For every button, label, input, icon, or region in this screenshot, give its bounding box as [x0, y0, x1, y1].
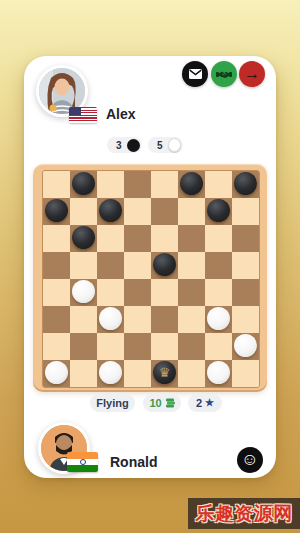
- checker-light-man[interactable]: [72, 280, 95, 303]
- square-b4[interactable]: [70, 279, 97, 306]
- game-mode-label: Flying: [96, 397, 128, 409]
- square-h7: [232, 198, 259, 225]
- square-e7[interactable]: [151, 198, 178, 225]
- square-e8: [151, 171, 178, 198]
- square-h1: [232, 360, 259, 387]
- square-g6: [205, 225, 232, 252]
- checker-light-man[interactable]: [234, 334, 257, 357]
- board: ♛: [43, 171, 259, 387]
- checker-dark-man[interactable]: [153, 253, 176, 276]
- watermark: 乐趣资源网: [188, 498, 300, 529]
- checker-dark-man[interactable]: [180, 172, 203, 195]
- square-b2[interactable]: [70, 333, 97, 360]
- square-g5[interactable]: [205, 252, 232, 279]
- square-g1[interactable]: [205, 360, 232, 387]
- square-d3: [124, 306, 151, 333]
- square-f2[interactable]: [178, 333, 205, 360]
- square-a2: [43, 333, 70, 360]
- square-b8[interactable]: [70, 171, 97, 198]
- square-a8: [43, 171, 70, 198]
- light-captured-pill: 5: [148, 137, 183, 153]
- checker-dark-man[interactable]: [207, 199, 230, 222]
- rating-badge: 2 ★: [188, 394, 222, 412]
- handshake-icon: [216, 69, 232, 80]
- checker-light-man[interactable]: [45, 361, 68, 384]
- checker-light-man[interactable]: [99, 361, 122, 384]
- square-d6[interactable]: [124, 225, 151, 252]
- game-card: Alex → 3 5: [24, 56, 276, 478]
- square-c4: [97, 279, 124, 306]
- square-c6: [97, 225, 124, 252]
- checker-dark-king[interactable]: ♛: [153, 361, 176, 384]
- light-piece-icon: [168, 138, 181, 152]
- square-c2: [97, 333, 124, 360]
- square-e3[interactable]: [151, 306, 178, 333]
- square-c8: [97, 171, 124, 198]
- checker-light-man[interactable]: [207, 307, 230, 330]
- dark-captured-pill: 3: [107, 137, 142, 153]
- square-a1[interactable]: [43, 360, 70, 387]
- square-e5[interactable]: [151, 252, 178, 279]
- square-h4[interactable]: [232, 279, 259, 306]
- top-player-name: Alex: [106, 106, 136, 122]
- dark-captured-count: 3: [116, 140, 122, 151]
- square-b7: [70, 198, 97, 225]
- square-f3: [178, 306, 205, 333]
- square-d2[interactable]: [124, 333, 151, 360]
- square-a4: [43, 279, 70, 306]
- square-c7[interactable]: [97, 198, 124, 225]
- envelope-icon: [189, 69, 202, 79]
- checker-dark-man[interactable]: [45, 199, 68, 222]
- square-a5[interactable]: [43, 252, 70, 279]
- square-e2: [151, 333, 178, 360]
- checker-dark-man[interactable]: [72, 226, 95, 249]
- game-screen: Alex → 3 5: [0, 0, 300, 533]
- square-c5[interactable]: [97, 252, 124, 279]
- checker-dark-man[interactable]: [72, 172, 95, 195]
- square-c3[interactable]: [97, 306, 124, 333]
- us-flag: [69, 107, 97, 123]
- india-flag: [67, 452, 98, 472]
- square-g7[interactable]: [205, 198, 232, 225]
- square-e1[interactable]: ♛: [151, 360, 178, 387]
- square-h6[interactable]: [232, 225, 259, 252]
- star-icon: ★: [205, 398, 214, 408]
- square-b6[interactable]: [70, 225, 97, 252]
- square-h8[interactable]: [232, 171, 259, 198]
- checker-dark-man[interactable]: [99, 199, 122, 222]
- square-f4[interactable]: [178, 279, 205, 306]
- square-g2: [205, 333, 232, 360]
- checker-light-man[interactable]: [99, 307, 122, 330]
- coins-badge: 10: [143, 394, 181, 412]
- draw-offer-button[interactable]: [211, 61, 237, 87]
- square-g4: [205, 279, 232, 306]
- square-b5: [70, 252, 97, 279]
- coins-icon: [165, 398, 175, 408]
- square-d4[interactable]: [124, 279, 151, 306]
- game-mode-badge: Flying: [90, 394, 135, 412]
- square-f8[interactable]: [178, 171, 205, 198]
- square-g3[interactable]: [205, 306, 232, 333]
- message-button[interactable]: [182, 61, 208, 87]
- checker-dark-man[interactable]: [234, 172, 257, 195]
- square-f5: [178, 252, 205, 279]
- rating-count: 2: [196, 397, 202, 409]
- square-f1: [178, 360, 205, 387]
- bottom-player-name: Ronald: [110, 454, 157, 470]
- dark-piece-icon: [127, 139, 140, 152]
- square-d5: [124, 252, 151, 279]
- square-d8[interactable]: [124, 171, 151, 198]
- square-h3: [232, 306, 259, 333]
- checker-light-man[interactable]: [207, 361, 230, 384]
- square-g8: [205, 171, 232, 198]
- square-a6: [43, 225, 70, 252]
- square-h2[interactable]: [232, 333, 259, 360]
- square-f7: [178, 198, 205, 225]
- square-d1: [124, 360, 151, 387]
- smiley-icon: ☺: [241, 451, 258, 468]
- light-captured-count: 5: [157, 140, 163, 151]
- square-a3[interactable]: [43, 306, 70, 333]
- square-e6: [151, 225, 178, 252]
- square-b3: [70, 306, 97, 333]
- square-c1[interactable]: [97, 360, 124, 387]
- coins-count: 10: [149, 397, 161, 409]
- square-h5: [232, 252, 259, 279]
- emoji-button[interactable]: ☺: [237, 447, 263, 473]
- square-d7: [124, 198, 151, 225]
- exit-button[interactable]: →: [239, 61, 265, 87]
- square-e4: [151, 279, 178, 306]
- arrow-right-icon: →: [244, 66, 260, 82]
- square-f6[interactable]: [178, 225, 205, 252]
- crown-icon: ♛: [159, 366, 171, 379]
- square-b1: [70, 360, 97, 387]
- square-a7[interactable]: [43, 198, 70, 225]
